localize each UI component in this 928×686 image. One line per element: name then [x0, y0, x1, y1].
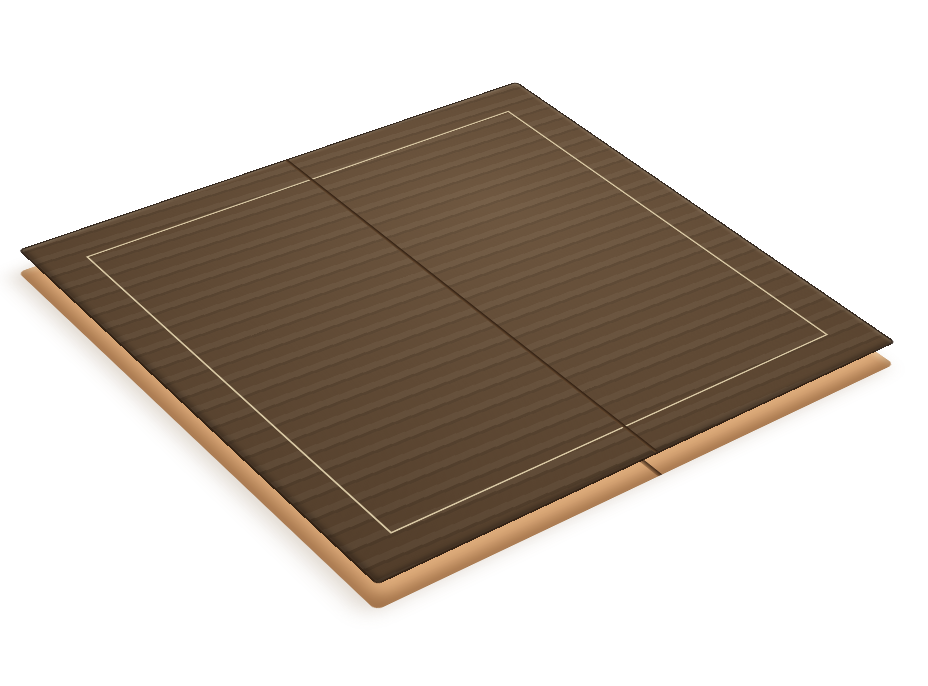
maple-inlay-line — [86, 111, 829, 534]
folding-chess-board — [21, 83, 893, 583]
perspective-scene — [0, 0, 928, 686]
camera-tilt-wrapper — [0, 0, 928, 686]
product-photo-stage — [0, 0, 928, 686]
walnut-board-top — [21, 83, 893, 583]
